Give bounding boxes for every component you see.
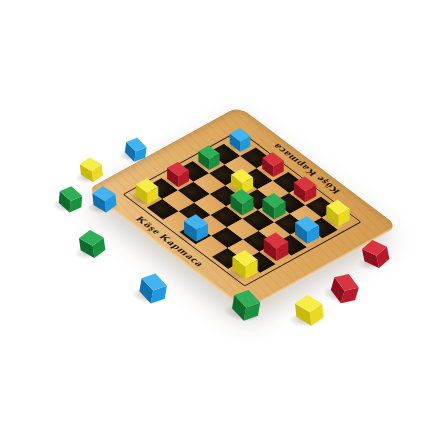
scene: Köşe Kapmaca Köşe Kapmaca [0, 0, 448, 448]
cubes-layer [0, 0, 448, 448]
